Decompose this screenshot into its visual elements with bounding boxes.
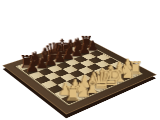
square-a7: ♟	[23, 67, 38, 74]
photo-scene: ♜♞♝♛♚♝♞♜♟♟♟♟♟♟♟♟♟♟♟♟♟♟♟♟♜♞♝♛♚♝♞♜	[0, 0, 160, 120]
chess-board: ♜♞♝♛♚♝♞♜♟♟♟♟♟♟♟♟♟♟♟♟♟♟♟♟♜♞♝♛♚♝♞♜	[2, 38, 156, 114]
square-a1: ♜	[62, 95, 79, 104]
chess-set-photo: ♜♞♝♛♚♝♞♜♟♟♟♟♟♟♟♟♟♟♟♟♟♟♟♟♜♞♝♛♚♝♞♜	[0, 0, 160, 120]
